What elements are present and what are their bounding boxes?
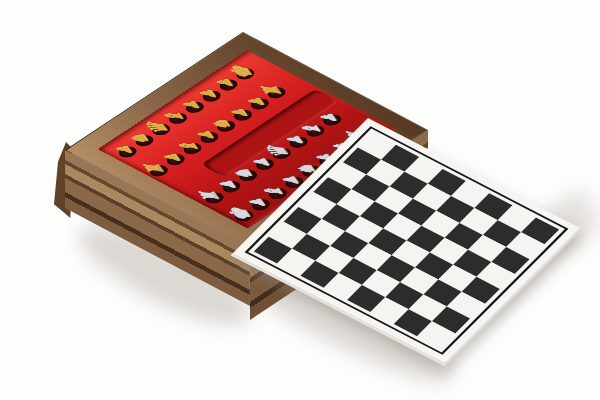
scene: ♟♞♛♝♟♟♟♚♜♟♝♟♞♟♟♜♜♟♞♟♛♟♝♟♚♟♝♟♞♟♟♜: [0, 0, 600, 400]
